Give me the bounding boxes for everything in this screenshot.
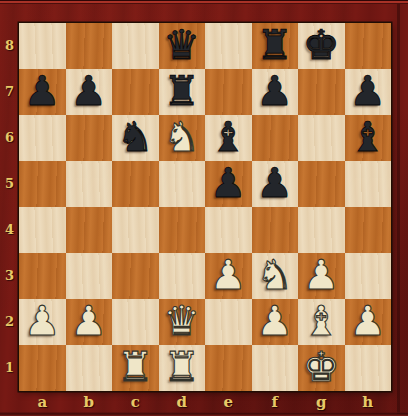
square-b3[interactable]	[66, 253, 113, 299]
square-e4[interactable]	[205, 207, 252, 253]
square-a6[interactable]	[19, 115, 66, 161]
square-e2[interactable]	[205, 299, 252, 345]
square-e5[interactable]: ♟	[205, 161, 252, 207]
file-label-c: c	[112, 391, 159, 416]
file-label-d: d	[159, 391, 206, 416]
piece-black-pawn-f5[interactable]: ♟	[256, 160, 293, 206]
square-b4[interactable]	[66, 207, 113, 253]
square-c5[interactable]	[112, 161, 159, 207]
piece-black-pawn-e5[interactable]: ♟	[210, 160, 247, 206]
piece-white-pawn-e3[interactable]: ♟	[210, 252, 247, 298]
square-d6[interactable]: ♞	[159, 115, 206, 161]
file-label-g: g	[298, 391, 345, 416]
piece-black-bishop-h6[interactable]: ♝	[349, 114, 386, 160]
square-h7[interactable]: ♟	[345, 69, 392, 115]
square-e8[interactable]	[205, 23, 252, 69]
piece-white-pawn-b2[interactable]: ♟	[70, 298, 107, 344]
piece-white-rook-d1[interactable]: ♜	[163, 344, 200, 390]
square-g7[interactable]	[298, 69, 345, 115]
square-a4[interactable]	[19, 207, 66, 253]
square-c8[interactable]	[112, 23, 159, 69]
square-b6[interactable]	[66, 115, 113, 161]
square-g6[interactable]	[298, 115, 345, 161]
piece-black-bishop-e6[interactable]: ♝	[210, 114, 247, 160]
square-c1[interactable]: ♜	[112, 345, 159, 391]
square-h6[interactable]: ♝	[345, 115, 392, 161]
square-b7[interactable]: ♟	[66, 69, 113, 115]
square-a1[interactable]	[19, 345, 66, 391]
piece-black-pawn-h7[interactable]: ♟	[349, 68, 386, 114]
piece-black-king-g8[interactable]: ♚	[303, 22, 340, 68]
piece-black-rook-d7[interactable]: ♜	[163, 68, 200, 114]
square-f6[interactable]	[252, 115, 299, 161]
chess-board[interactable]: ♛♜♚♟♟♜♟♟♞♞♝♝♟♟♟♞♟♟♟♛♟♝♟♜♜♚	[19, 23, 391, 391]
file-label-f: f	[252, 391, 299, 416]
file-label-e: e	[205, 391, 252, 416]
file-label-a: a	[19, 391, 66, 416]
square-b8[interactable]	[66, 23, 113, 69]
square-g5[interactable]	[298, 161, 345, 207]
square-g2[interactable]: ♝	[298, 299, 345, 345]
square-d5[interactable]	[159, 161, 206, 207]
piece-white-pawn-g3[interactable]: ♟	[303, 252, 340, 298]
square-e7[interactable]	[205, 69, 252, 115]
square-a3[interactable]	[19, 253, 66, 299]
square-f4[interactable]	[252, 207, 299, 253]
square-e3[interactable]: ♟	[205, 253, 252, 299]
square-b1[interactable]	[66, 345, 113, 391]
square-d8[interactable]: ♛	[159, 23, 206, 69]
rank-label-1: 1	[0, 345, 19, 391]
square-a7[interactable]: ♟	[19, 69, 66, 115]
square-c7[interactable]	[112, 69, 159, 115]
rank-label-6: 6	[0, 115, 19, 161]
piece-white-knight-d6[interactable]: ♞	[163, 114, 200, 160]
rank-label-7: 7	[0, 69, 19, 115]
square-d2[interactable]: ♛	[159, 299, 206, 345]
piece-white-bishop-g2[interactable]: ♝	[303, 298, 340, 344]
square-c6[interactable]: ♞	[112, 115, 159, 161]
square-f5[interactable]: ♟	[252, 161, 299, 207]
rank-label-5: 5	[0, 161, 19, 207]
piece-white-knight-f3[interactable]: ♞	[256, 252, 293, 298]
piece-black-knight-c6[interactable]: ♞	[117, 114, 154, 160]
square-h4[interactable]	[345, 207, 392, 253]
square-h2[interactable]: ♟	[345, 299, 392, 345]
square-h8[interactable]	[345, 23, 392, 69]
square-a8[interactable]	[19, 23, 66, 69]
square-b2[interactable]: ♟	[66, 299, 113, 345]
square-a2[interactable]: ♟	[19, 299, 66, 345]
file-label-b: b	[66, 391, 113, 416]
square-g4[interactable]	[298, 207, 345, 253]
square-g1[interactable]: ♚	[298, 345, 345, 391]
board-frame: ♛♜♚♟♟♜♟♟♞♞♝♝♟♟♟♞♟♟♟♛♟♝♟♜♜♚ 87654321abcde…	[0, 0, 408, 416]
square-h3[interactable]	[345, 253, 392, 299]
square-f3[interactable]: ♞	[252, 253, 299, 299]
square-d1[interactable]: ♜	[159, 345, 206, 391]
square-h1[interactable]	[345, 345, 392, 391]
square-e1[interactable]	[205, 345, 252, 391]
rank-label-3: 3	[0, 253, 19, 299]
square-b5[interactable]	[66, 161, 113, 207]
piece-white-pawn-f2[interactable]: ♟	[256, 298, 293, 344]
square-g8[interactable]: ♚	[298, 23, 345, 69]
square-e6[interactable]: ♝	[205, 115, 252, 161]
square-d7[interactable]: ♜	[159, 69, 206, 115]
square-c3[interactable]	[112, 253, 159, 299]
square-f2[interactable]: ♟	[252, 299, 299, 345]
rank-label-2: 2	[0, 299, 19, 345]
piece-black-rook-f8[interactable]: ♜	[256, 22, 293, 68]
square-a5[interactable]	[19, 161, 66, 207]
piece-black-pawn-b7[interactable]: ♟	[70, 68, 107, 114]
file-label-h: h	[345, 391, 392, 416]
piece-white-pawn-a2[interactable]: ♟	[24, 298, 61, 344]
square-d4[interactable]	[159, 207, 206, 253]
square-f1[interactable]	[252, 345, 299, 391]
square-h5[interactable]	[345, 161, 392, 207]
square-f8[interactable]: ♜	[252, 23, 299, 69]
piece-white-rook-c1[interactable]: ♜	[117, 344, 154, 390]
square-d3[interactable]	[159, 253, 206, 299]
piece-black-pawn-a7[interactable]: ♟	[24, 68, 61, 114]
frame-groove	[397, 0, 400, 416]
square-c4[interactable]	[112, 207, 159, 253]
piece-black-queen-d8[interactable]: ♛	[163, 22, 200, 68]
piece-white-king-g1[interactable]: ♚	[303, 344, 340, 390]
square-g3[interactable]: ♟	[298, 253, 345, 299]
square-c2[interactable]	[112, 299, 159, 345]
piece-black-pawn-f7[interactable]: ♟	[256, 68, 293, 114]
square-f7[interactable]: ♟	[252, 69, 299, 115]
rank-label-4: 4	[0, 207, 19, 253]
rank-label-8: 8	[0, 23, 19, 69]
piece-white-queen-d2[interactable]: ♛	[163, 298, 200, 344]
piece-white-pawn-h2[interactable]: ♟	[349, 298, 386, 344]
